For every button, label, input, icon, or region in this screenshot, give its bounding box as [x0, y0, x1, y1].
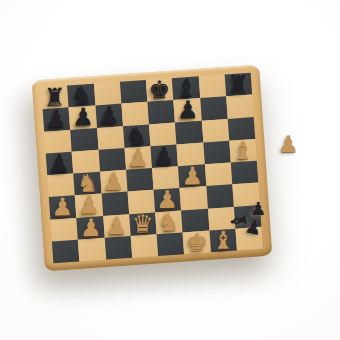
- black-king: ♚: [149, 78, 171, 103]
- square-c7: ♟: [95, 104, 123, 128]
- square-c4: ♟: [100, 170, 128, 194]
- white-pawn: ♟: [79, 215, 101, 240]
- captured-white-pawn: ♟: [278, 133, 299, 156]
- square-h5: ♝: [229, 139, 257, 163]
- square-f4: ♟: [178, 164, 206, 188]
- square-g5: [203, 141, 231, 165]
- captured-black-pieces: ♟♝♟: [228, 198, 276, 248]
- square-d2: ♛: [129, 212, 157, 236]
- square-g4: [204, 163, 232, 187]
- black-pawn: ♟: [153, 144, 175, 169]
- scene: ♜♞♚♝♜♟♟♟♟♞♟♟♟♝♞♟♟♟♟♟♟♟♛♞♚♝ ♟ ♟♝♟: [0, 0, 340, 340]
- square-f1: ♚: [183, 230, 211, 254]
- square-e2: ♞: [155, 210, 183, 234]
- white-pawn: ♟: [127, 145, 149, 170]
- square-a1: [52, 239, 80, 263]
- white-pawn: ♟: [103, 169, 125, 194]
- square-e8: ♚: [146, 78, 174, 102]
- black-pawn: ♟: [72, 105, 94, 130]
- square-b2: ♟: [77, 216, 105, 240]
- white-queen: ♛: [132, 211, 154, 236]
- white-pawn: ♟: [52, 195, 74, 220]
- captured-white-pieces: ♟: [278, 133, 306, 167]
- square-d5: ♟: [124, 146, 152, 170]
- white-bishop: ♝: [232, 138, 254, 163]
- white-knight: ♞: [158, 210, 180, 235]
- black-pawn: ♟: [49, 151, 71, 176]
- square-e5: ♟: [150, 144, 178, 168]
- black-pawn: ♟: [46, 107, 68, 132]
- square-g6: [201, 119, 229, 143]
- square-b7: ♟: [69, 106, 97, 130]
- square-c2: ♟: [103, 214, 131, 238]
- square-g7: [200, 97, 228, 121]
- square-d8: [120, 80, 148, 104]
- square-h8: ♜: [224, 73, 252, 97]
- captured-black-pawn: ♟: [243, 216, 264, 238]
- black-pawn: ♟: [98, 103, 120, 128]
- black-pawn: ♟: [177, 98, 199, 123]
- white-king: ♚: [186, 230, 208, 255]
- square-a3: ♟: [49, 195, 77, 219]
- white-pawn: ♟: [181, 164, 203, 189]
- square-a7: ♟: [43, 108, 71, 132]
- white-pawn: ♟: [106, 213, 128, 238]
- square-f7: ♟: [174, 98, 202, 122]
- square-g8: [198, 75, 226, 99]
- black-rook: ♜: [227, 72, 249, 97]
- square-a5: ♟: [46, 151, 74, 175]
